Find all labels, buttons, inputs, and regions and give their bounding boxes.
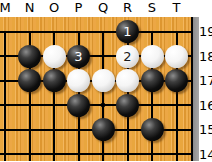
white-stone-P17[interactable] — [67, 69, 90, 92]
col-label-Q: Q — [93, 0, 113, 15]
black-stone-Q15[interactable] — [92, 118, 115, 141]
col-label-T: T — [167, 0, 187, 15]
black-stone-R16[interactable] — [116, 94, 139, 117]
row-label-16: 16 — [199, 98, 212, 113]
white-stone-T18[interactable] — [165, 45, 188, 68]
move-number-label: 2 — [123, 45, 131, 68]
row-label-19: 19 — [199, 24, 212, 39]
black-stone-S17[interactable] — [141, 69, 164, 92]
row-label-15: 15 — [199, 122, 212, 137]
move-number-label: 3 — [74, 45, 82, 68]
black-stone-N17[interactable] — [18, 69, 41, 92]
black-stone-S15[interactable] — [141, 118, 164, 141]
col-label-S: S — [142, 0, 162, 15]
white-stone-R17[interactable] — [116, 69, 139, 92]
white-stone-O18[interactable] — [43, 45, 66, 68]
black-stone-T17[interactable] — [165, 69, 188, 92]
black-stone-N18[interactable] — [18, 45, 41, 68]
col-label-N: N — [20, 0, 40, 15]
go-diagram: MNOPQRST191817161514 132 — [0, 0, 212, 161]
black-stone-P18[interactable]: 3 — [67, 45, 90, 68]
white-stone-Q17[interactable] — [92, 69, 115, 92]
black-stone-O17[interactable] — [43, 69, 66, 92]
move-number-label: 1 — [123, 20, 131, 43]
row-label-14: 14 — [199, 147, 212, 162]
col-label-P: P — [69, 0, 89, 15]
white-stone-R18[interactable]: 2 — [116, 45, 139, 68]
black-stone-P16[interactable] — [67, 94, 90, 117]
star-point-Q16 — [101, 103, 105, 107]
col-label-R: R — [118, 0, 138, 15]
col-label-O: O — [44, 0, 64, 15]
white-stone-S18[interactable] — [141, 45, 164, 68]
black-stone-R19[interactable]: 1 — [116, 20, 139, 43]
col-label-M: M — [0, 0, 15, 15]
row-label-17: 17 — [199, 73, 212, 88]
row-label-18: 18 — [199, 49, 212, 64]
